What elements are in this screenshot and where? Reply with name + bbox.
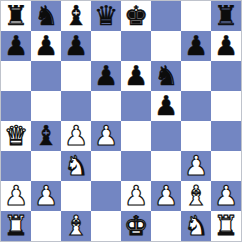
square-h8[interactable]: ♜ [211,1,241,31]
square-a3[interactable] [1,151,31,181]
piece-black-knight[interactable]: ♞ [154,62,178,89]
square-f1[interactable] [151,211,181,241]
square-h3[interactable] [211,151,241,181]
square-h5[interactable] [211,91,241,121]
piece-black-pawn[interactable]: ♟ [64,32,88,59]
square-d4[interactable]: ♟ [91,121,121,151]
piece-black-bishop[interactable]: ♝ [34,122,58,149]
square-c1[interactable]: ♝ [61,211,91,241]
square-a4[interactable]: ♛ [1,121,31,151]
square-d2[interactable] [91,181,121,211]
chess-board: ♜♞♝♛♚♜♟♟♟♟♟♟♟♞♟♛♝♟♟♞♟♟♟♟♟♝♟♜♝♚♞♜ [0,0,242,242]
piece-black-king[interactable]: ♚ [124,2,148,29]
square-d3[interactable] [91,151,121,181]
square-e8[interactable]: ♚ [121,1,151,31]
piece-white-pawn[interactable]: ♟ [34,182,58,209]
piece-black-pawn[interactable]: ♟ [4,32,28,59]
square-d7[interactable] [91,31,121,61]
square-h1[interactable]: ♜ [211,211,241,241]
piece-white-queen[interactable]: ♛ [4,122,28,149]
square-c6[interactable] [61,61,91,91]
piece-white-rook[interactable]: ♜ [4,212,28,239]
piece-white-rook[interactable]: ♜ [214,212,238,239]
square-a1[interactable]: ♜ [1,211,31,241]
square-c5[interactable] [61,91,91,121]
square-f3[interactable] [151,151,181,181]
square-b8[interactable]: ♞ [31,1,61,31]
piece-white-bishop[interactable]: ♝ [64,212,88,239]
square-h4[interactable] [211,121,241,151]
square-a7[interactable]: ♟ [1,31,31,61]
square-f8[interactable] [151,1,181,31]
piece-white-king[interactable]: ♚ [124,212,148,239]
piece-black-pawn[interactable]: ♟ [184,32,208,59]
square-b5[interactable] [31,91,61,121]
piece-white-pawn[interactable]: ♟ [184,152,208,179]
square-e6[interactable]: ♟ [121,61,151,91]
piece-black-pawn[interactable]: ♟ [34,32,58,59]
square-g1[interactable]: ♞ [181,211,211,241]
square-c7[interactable]: ♟ [61,31,91,61]
square-d5[interactable] [91,91,121,121]
piece-black-queen[interactable]: ♛ [94,2,118,29]
square-e4[interactable] [121,121,151,151]
piece-black-pawn[interactable]: ♟ [214,32,238,59]
square-f4[interactable] [151,121,181,151]
square-a5[interactable] [1,91,31,121]
piece-white-pawn[interactable]: ♟ [214,182,238,209]
square-c8[interactable]: ♝ [61,1,91,31]
square-a2[interactable]: ♟ [1,181,31,211]
square-g5[interactable] [181,91,211,121]
square-b6[interactable] [31,61,61,91]
square-b7[interactable]: ♟ [31,31,61,61]
square-b3[interactable] [31,151,61,181]
square-g4[interactable] [181,121,211,151]
square-b2[interactable]: ♟ [31,181,61,211]
piece-black-rook[interactable]: ♜ [214,2,238,29]
piece-white-knight[interactable]: ♞ [184,212,208,239]
square-e5[interactable] [121,91,151,121]
square-c3[interactable]: ♞ [61,151,91,181]
square-d6[interactable]: ♟ [91,61,121,91]
square-g8[interactable] [181,1,211,31]
square-g7[interactable]: ♟ [181,31,211,61]
square-e1[interactable]: ♚ [121,211,151,241]
piece-black-knight[interactable]: ♞ [34,2,58,29]
square-d8[interactable]: ♛ [91,1,121,31]
square-f5[interactable]: ♟ [151,91,181,121]
square-e3[interactable] [121,151,151,181]
square-g6[interactable] [181,61,211,91]
square-c2[interactable] [61,181,91,211]
piece-black-rook[interactable]: ♜ [4,2,28,29]
piece-white-knight[interactable]: ♞ [64,152,88,179]
piece-black-pawn[interactable]: ♟ [94,62,118,89]
square-a6[interactable] [1,61,31,91]
piece-black-bishop[interactable]: ♝ [64,2,88,29]
square-b4[interactable]: ♝ [31,121,61,151]
piece-black-pawn[interactable]: ♟ [124,62,148,89]
square-h6[interactable] [211,61,241,91]
piece-black-pawn[interactable]: ♟ [154,92,178,119]
square-e2[interactable]: ♟ [121,181,151,211]
square-c4[interactable]: ♟ [61,121,91,151]
square-b1[interactable] [31,211,61,241]
square-f7[interactable] [151,31,181,61]
piece-white-pawn[interactable]: ♟ [154,182,178,209]
square-h2[interactable]: ♟ [211,181,241,211]
piece-white-bishop[interactable]: ♝ [184,182,208,209]
piece-white-pawn[interactable]: ♟ [64,122,88,149]
square-f6[interactable]: ♞ [151,61,181,91]
piece-white-pawn[interactable]: ♟ [124,182,148,209]
square-f2[interactable]: ♟ [151,181,181,211]
square-h7[interactable]: ♟ [211,31,241,61]
square-g2[interactable]: ♝ [181,181,211,211]
square-g3[interactable]: ♟ [181,151,211,181]
piece-white-pawn[interactable]: ♟ [94,122,118,149]
square-d1[interactable] [91,211,121,241]
piece-white-pawn[interactable]: ♟ [4,182,28,209]
square-e7[interactable] [121,31,151,61]
square-a8[interactable]: ♜ [1,1,31,31]
